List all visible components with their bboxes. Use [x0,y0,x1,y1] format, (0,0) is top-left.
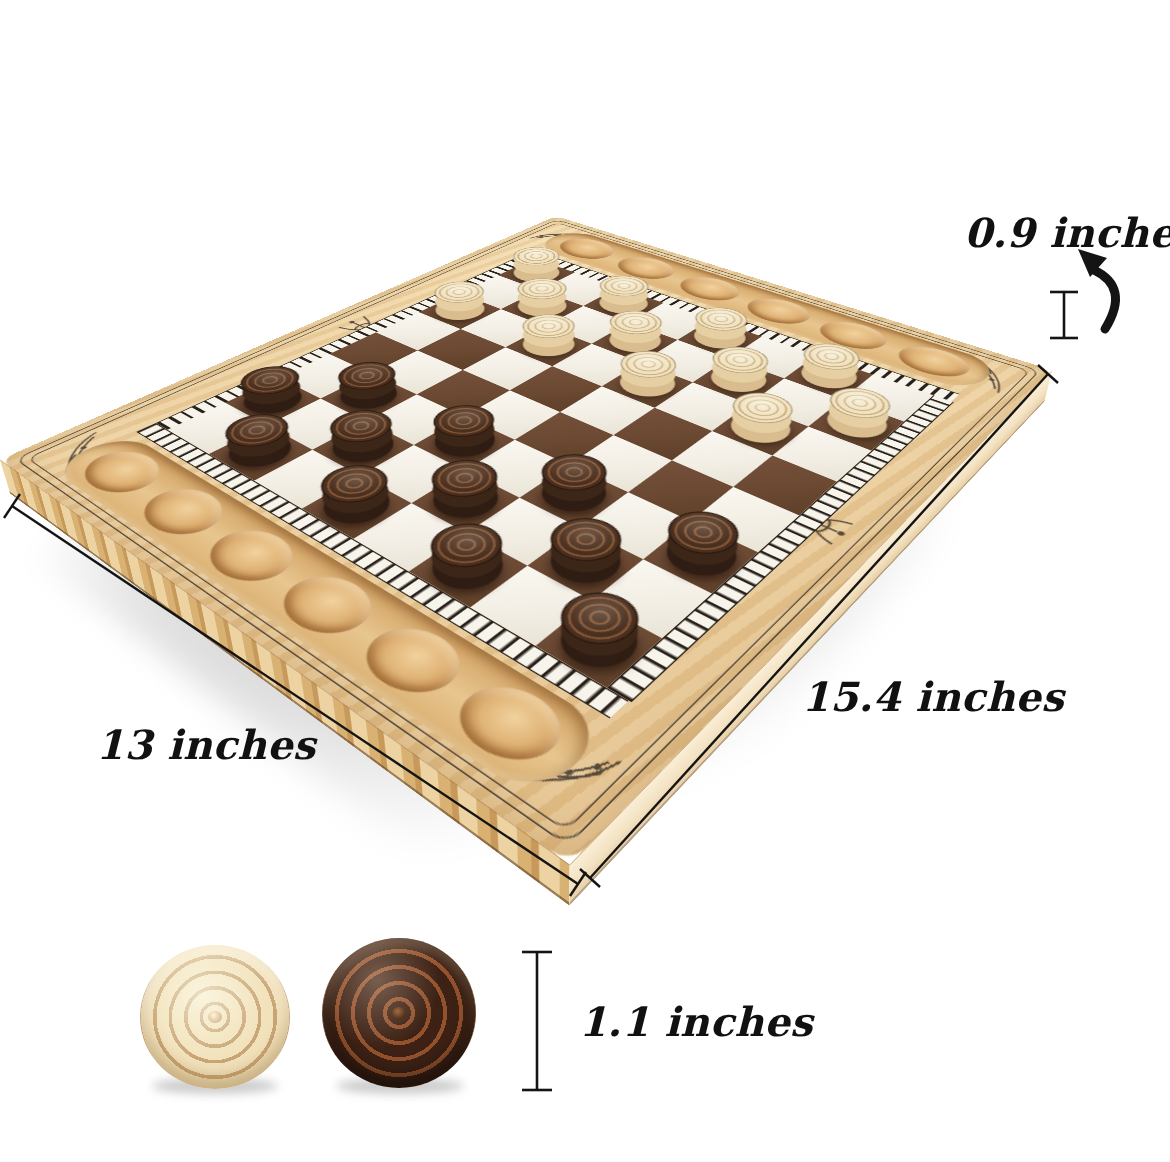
light-checker [512,329,585,363]
light-checker-closeup [140,945,290,1089]
checker-center-bump [208,1011,222,1023]
dark-checker-closeup [322,938,476,1088]
light-checker [426,296,495,326]
checker-center-bump [392,1007,406,1019]
length-label: 15.4 inches [802,673,1065,720]
thickness-label: 0.9 inches [964,209,1170,256]
product-image: 0.9 inches 15.4 inches 13 inches 1.1 inc… [0,0,1170,1162]
dark-checker [536,532,634,594]
dark-checker [320,425,406,471]
thickness-ibeam [1050,292,1078,338]
piece-size-label: 1.1 inches [579,998,813,1045]
piece-size-dimension-line [522,952,552,1090]
light-checker [719,407,800,451]
width-label: 13 inches [96,721,316,768]
dark-checker [420,475,511,528]
dark-checker [529,470,619,522]
curved-arrow-icon [1078,249,1116,329]
